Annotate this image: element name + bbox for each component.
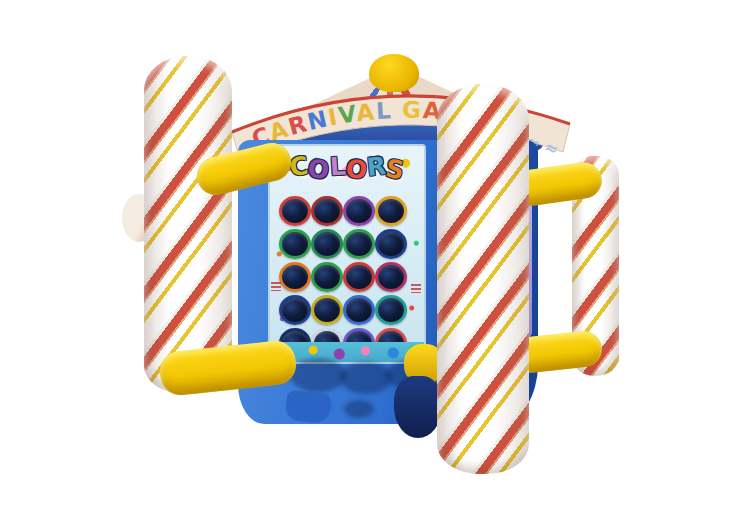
inflatable-carnival-game-photo: CARNIVAL GAMES ≈ ≈ COLORS — [0, 0, 750, 506]
apron-shadow — [344, 400, 374, 418]
colors-game-panel: COLORS — [268, 144, 426, 364]
hole-r1-c3 — [343, 196, 375, 226]
hole-r4-c4 — [375, 295, 407, 325]
hole-r3-c3 — [343, 262, 375, 292]
base-foot — [285, 390, 332, 424]
title-letter-O: O — [306, 149, 331, 191]
panel-title-colors: COLORS — [270, 148, 424, 190]
base-fold — [394, 376, 442, 438]
hole-r4-c3 — [343, 295, 375, 325]
hole-r1-c1 — [279, 196, 311, 226]
warning-label-right — [411, 284, 421, 293]
candy-pillar-front-right — [437, 84, 529, 474]
hole-r2-c4 — [375, 229, 407, 259]
apron-shadow — [290, 358, 346, 392]
hole-r4-c2 — [311, 295, 343, 325]
hole-r3-c2 — [311, 262, 343, 292]
apron-shadow — [340, 362, 392, 394]
hole-grid — [279, 194, 407, 359]
hole-r1-c2 — [311, 196, 343, 226]
candy-pillar-left — [144, 56, 232, 394]
hole-r4-c1 — [279, 295, 311, 325]
hole-r2-c3 — [343, 229, 375, 259]
hole-r3-c1 — [279, 262, 311, 292]
title-letter-S: S — [382, 149, 407, 192]
hole-r3-c4 — [375, 262, 407, 292]
hole-r1-c4 — [375, 196, 407, 226]
hole-r2-c1 — [279, 229, 311, 259]
hole-r2-c2 — [311, 229, 343, 259]
warning-label-left — [271, 282, 281, 291]
